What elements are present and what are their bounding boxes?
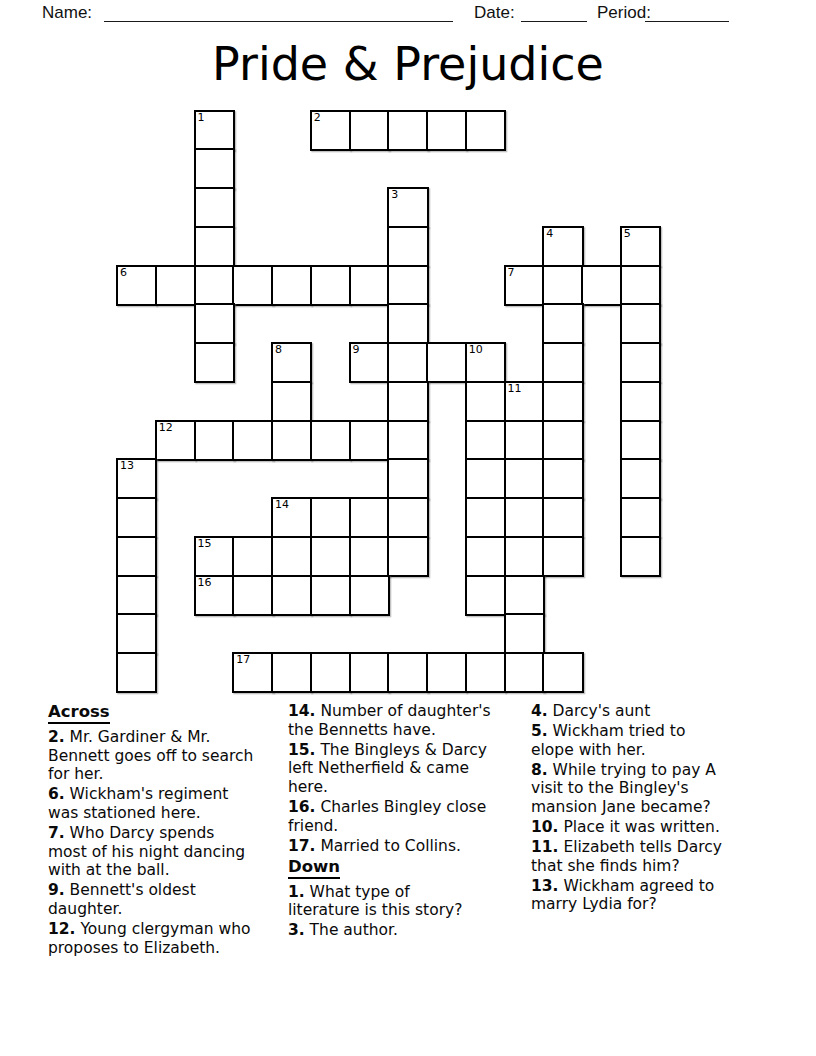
grid-cell-r7c9[interactable] xyxy=(465,381,506,422)
grid-cell-r0c5[interactable]: 2 xyxy=(310,110,351,151)
grid-cell-r6c6[interactable]: 9 xyxy=(349,342,390,383)
grid-cell-r11c11[interactable] xyxy=(542,536,583,577)
clue-section-header-across: Across xyxy=(48,702,286,724)
grid-cell-r14c10[interactable] xyxy=(504,652,545,693)
period-input-line[interactable] xyxy=(645,4,729,22)
grid-cell-r7c11[interactable] xyxy=(542,381,583,422)
grid-cell-r12c10[interactable] xyxy=(504,575,545,616)
grid-cell-r10c0[interactable] xyxy=(116,497,157,538)
grid-cell-r6c8[interactable] xyxy=(426,342,467,383)
grid-cell-r14c5[interactable] xyxy=(310,652,351,693)
grid-cell-r5c7[interactable] xyxy=(387,303,428,344)
grid-cell-r11c0[interactable] xyxy=(116,536,157,577)
grid-cell-r8c9[interactable] xyxy=(465,420,506,461)
grid-cell-r6c2[interactable] xyxy=(194,342,235,383)
grid-cell-r11c3[interactable] xyxy=(232,536,273,577)
grid-cell-r3c11[interactable]: 4 xyxy=(542,226,583,267)
grid-cell-r5c2[interactable] xyxy=(194,303,235,344)
cell-number-6: 6 xyxy=(120,266,127,279)
grid-cell-r14c8[interactable] xyxy=(426,652,467,693)
clue-item-7: 7. Who Darcy spendsmost of his night dan… xyxy=(48,824,286,880)
cell-number-17: 17 xyxy=(236,653,250,666)
clue-item-1: 1. What type ofliterature is this story? xyxy=(288,883,528,920)
grid-cell-r13c0[interactable] xyxy=(116,613,157,654)
grid-cell-r11c5[interactable] xyxy=(310,536,351,577)
grid-cell-r10c5[interactable] xyxy=(310,497,351,538)
grid-cell-r13c10[interactable] xyxy=(504,613,545,654)
grid-cell-r12c0[interactable] xyxy=(116,575,157,616)
grid-cell-r3c13[interactable]: 5 xyxy=(620,226,661,267)
cell-number-16: 16 xyxy=(198,576,212,589)
clue-column-2: 14. Number of daughter'sthe Bennetts hav… xyxy=(288,702,528,942)
grid-cell-r3c7[interactable] xyxy=(387,226,428,267)
grid-cell-r9c0[interactable]: 13 xyxy=(116,458,157,499)
grid-cell-r9c9[interactable] xyxy=(465,458,506,499)
cell-number-2: 2 xyxy=(314,111,321,124)
grid-cell-r4c10[interactable]: 7 xyxy=(504,265,545,306)
grid-cell-r8c5[interactable] xyxy=(310,420,351,461)
clue-item-17: 17. Married to Collins. xyxy=(288,837,528,856)
clue-column-3: 4. Darcy's aunt5. Wickham tried toelope … xyxy=(531,702,776,916)
grid-cell-r6c4[interactable]: 8 xyxy=(271,342,312,383)
grid-cell-r8c13[interactable] xyxy=(620,420,661,461)
grid-cell-r6c9[interactable]: 10 xyxy=(465,342,506,383)
date-input-line[interactable] xyxy=(521,4,587,22)
grid-cell-r11c10[interactable] xyxy=(504,536,545,577)
cell-number-10: 10 xyxy=(469,343,483,356)
cell-number-11: 11 xyxy=(508,382,522,395)
clue-item-11: 11. Elizabeth tells Darcythat she finds … xyxy=(531,838,776,875)
grid-cell-r14c0[interactable] xyxy=(116,652,157,693)
grid-cell-r10c10[interactable] xyxy=(504,497,545,538)
grid-cell-r4c12[interactable] xyxy=(581,265,622,306)
grid-cell-r11c6[interactable] xyxy=(349,536,390,577)
grid-cell-r0c8[interactable] xyxy=(426,110,467,151)
clue-item-12: 12. Young clergyman whoproposes to Eliza… xyxy=(48,920,286,957)
grid-cell-r4c3[interactable] xyxy=(232,265,273,306)
grid-cell-r14c7[interactable] xyxy=(387,652,428,693)
grid-cell-r7c10[interactable]: 11 xyxy=(504,381,545,422)
grid-cell-r3c2[interactable] xyxy=(194,226,235,267)
worksheet-page: Name: Date: Period: Pride & Prejudice 12… xyxy=(0,0,816,1056)
grid-cell-r9c7[interactable] xyxy=(387,458,428,499)
grid-cell-r2c7[interactable]: 3 xyxy=(387,187,428,228)
grid-cell-r11c2[interactable]: 15 xyxy=(194,536,235,577)
page-title: Pride & Prejudice xyxy=(0,36,816,92)
grid-cell-r10c9[interactable] xyxy=(465,497,506,538)
grid-cell-r8c7[interactable] xyxy=(387,420,428,461)
grid-cell-r9c13[interactable] xyxy=(620,458,661,499)
grid-cell-r4c11[interactable] xyxy=(542,265,583,306)
grid-cell-r6c13[interactable] xyxy=(620,342,661,383)
grid-cell-r4c5[interactable] xyxy=(310,265,351,306)
cell-number-8: 8 xyxy=(275,343,282,356)
grid-cell-r7c13[interactable] xyxy=(620,381,661,422)
grid-cell-r10c11[interactable] xyxy=(542,497,583,538)
clue-item-2: 2. Mr. Gardiner & Mr.Bennett goes off to… xyxy=(48,728,286,784)
grid-cell-r12c4[interactable] xyxy=(271,575,312,616)
grid-cell-r8c10[interactable] xyxy=(504,420,545,461)
grid-cell-r4c13[interactable] xyxy=(620,265,661,306)
clue-item-5: 5. Wickham tried toelope with her. xyxy=(531,722,776,759)
grid-cell-r8c3[interactable] xyxy=(232,420,273,461)
cell-number-12: 12 xyxy=(159,421,173,434)
grid-cell-r8c2[interactable] xyxy=(194,420,235,461)
grid-cell-r4c4[interactable] xyxy=(271,265,312,306)
cell-number-5: 5 xyxy=(624,227,631,240)
clue-item-8: 8. While trying to pay Avisit to the Bin… xyxy=(531,761,776,817)
grid-cell-r12c3[interactable] xyxy=(232,575,273,616)
period-label: Period: xyxy=(597,3,651,23)
grid-cell-r9c11[interactable] xyxy=(542,458,583,499)
clue-item-10: 10. Place it was written. xyxy=(531,818,776,837)
grid-cell-r4c0[interactable]: 6 xyxy=(116,265,157,306)
grid-cell-r14c9[interactable] xyxy=(465,652,506,693)
crossword-grid: 1234567891011121314151617 xyxy=(116,110,662,694)
grid-cell-r12c6[interactable] xyxy=(349,575,390,616)
grid-cell-r5c13[interactable] xyxy=(620,303,661,344)
clue-item-3: 3. The author. xyxy=(288,921,528,940)
clue-item-9: 9. Bennett's oldestdaughter. xyxy=(48,881,286,918)
grid-cell-r10c4[interactable]: 14 xyxy=(271,497,312,538)
name-label: Name: xyxy=(42,3,92,23)
grid-cell-r14c11[interactable] xyxy=(542,652,583,693)
grid-cell-r2c2[interactable] xyxy=(194,187,235,228)
grid-cell-r0c9[interactable] xyxy=(465,110,506,151)
grid-cell-r6c7[interactable] xyxy=(387,342,428,383)
clue-item-6: 6. Wickham's regimentwas stationed here. xyxy=(48,785,286,822)
grid-cell-r8c4[interactable] xyxy=(271,420,312,461)
clue-item-14: 14. Number of daughter'sthe Bennetts hav… xyxy=(288,702,528,739)
grid-cell-r12c2[interactable]: 16 xyxy=(194,575,235,616)
grid-cell-r8c11[interactable] xyxy=(542,420,583,461)
grid-cell-r14c4[interactable] xyxy=(271,652,312,693)
grid-cell-r11c9[interactable] xyxy=(465,536,506,577)
grid-cell-r12c5[interactable] xyxy=(310,575,351,616)
grid-cell-r10c7[interactable] xyxy=(387,497,428,538)
clue-section-header-down: Down xyxy=(288,857,528,879)
grid-cell-r0c6[interactable] xyxy=(349,110,390,151)
cell-number-4: 4 xyxy=(546,227,553,240)
clue-column-1: Across2. Mr. Gardiner & Mr.Bennett goes … xyxy=(48,702,286,959)
cell-number-3: 3 xyxy=(391,188,398,201)
grid-cell-r8c6[interactable] xyxy=(349,420,390,461)
grid-cell-r10c13[interactable] xyxy=(620,497,661,538)
date-label: Date: xyxy=(474,3,515,23)
cell-number-1: 1 xyxy=(198,111,205,124)
grid-cell-r0c2[interactable]: 1 xyxy=(194,110,235,151)
grid-cell-r0c7[interactable] xyxy=(387,110,428,151)
clue-item-15: 15. The Bingleys & Darcyleft Netherfield… xyxy=(288,741,528,797)
grid-cell-r11c4[interactable] xyxy=(271,536,312,577)
grid-cell-r4c2[interactable] xyxy=(194,265,235,306)
clue-item-16: 16. Charles Bingley closefriend. xyxy=(288,798,528,835)
grid-cell-r5c11[interactable] xyxy=(542,303,583,344)
grid-cell-r7c7[interactable] xyxy=(387,381,428,422)
grid-cell-r14c3[interactable]: 17 xyxy=(232,652,273,693)
grid-cell-r9c10[interactable] xyxy=(504,458,545,499)
cell-number-7: 7 xyxy=(508,266,515,279)
clue-item-4: 4. Darcy's aunt xyxy=(531,702,776,721)
cell-number-13: 13 xyxy=(120,459,134,472)
grid-cell-r10c6[interactable] xyxy=(349,497,390,538)
clue-item-13: 13. Wickham agreed tomarry Lydia for? xyxy=(531,877,776,914)
cell-number-15: 15 xyxy=(198,537,212,550)
grid-cell-r6c11[interactable] xyxy=(542,342,583,383)
grid-cell-r8c1[interactable]: 12 xyxy=(155,420,196,461)
grid-cell-r4c7[interactable] xyxy=(387,265,428,306)
grid-cell-r4c6[interactable] xyxy=(349,265,390,306)
grid-cell-r7c4[interactable] xyxy=(271,381,312,422)
grid-cell-r4c1[interactable] xyxy=(155,265,196,306)
grid-cell-r14c6[interactable] xyxy=(349,652,390,693)
name-input-line[interactable] xyxy=(104,4,453,22)
grid-cell-r11c7[interactable] xyxy=(387,536,428,577)
grid-cell-r1c2[interactable] xyxy=(194,148,235,189)
grid-cell-r12c9[interactable] xyxy=(465,575,506,616)
grid-cell-r11c13[interactable] xyxy=(620,536,661,577)
cell-number-9: 9 xyxy=(353,343,360,356)
cell-number-14: 14 xyxy=(275,498,289,511)
